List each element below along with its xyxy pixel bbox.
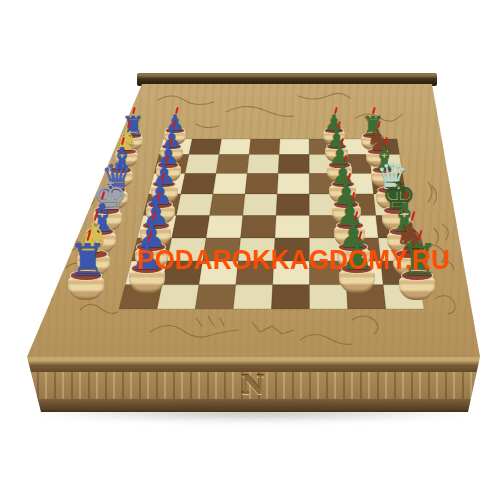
- light-square: [243, 194, 277, 216]
- light-square: [275, 216, 309, 238]
- light-square: [383, 285, 424, 309]
- light-square: [339, 139, 370, 155]
- light-square: [213, 174, 247, 195]
- dark-square: [339, 155, 371, 174]
- light-square: [309, 194, 342, 216]
- dark-square: [189, 139, 221, 155]
- dark-square: [154, 155, 189, 174]
- dark-square: [210, 194, 245, 216]
- light-square: [369, 155, 402, 174]
- napoleon-monogram: N: [241, 372, 265, 398]
- light-square: [176, 194, 213, 216]
- dark-square: [143, 194, 181, 216]
- light-square: [185, 155, 219, 174]
- light-square: [159, 139, 192, 155]
- dark-square: [249, 139, 280, 155]
- dark-square: [376, 216, 413, 238]
- dark-square: [245, 174, 278, 195]
- light-square: [340, 174, 373, 195]
- watermark: PODAROKKAGDOMY.RU: [137, 245, 450, 276]
- light-square: [279, 139, 309, 155]
- light-square: [310, 285, 348, 309]
- light-square: [149, 174, 185, 195]
- light-square: [309, 155, 340, 174]
- light-square: [233, 285, 272, 309]
- dark-square: [119, 285, 162, 309]
- dark-square: [371, 174, 405, 195]
- light-square: [157, 285, 199, 309]
- light-square: [374, 194, 410, 216]
- dark-square: [181, 174, 216, 195]
- drop-shadow: [34, 404, 470, 422]
- dark-square: [216, 155, 249, 174]
- carved-ornament-band: N: [20, 372, 486, 399]
- dark-square: [241, 216, 277, 238]
- light-square: [343, 216, 379, 238]
- dark-square: [309, 139, 339, 155]
- light-square: [206, 216, 243, 238]
- dark-square: [309, 174, 341, 195]
- dark-square: [272, 285, 310, 309]
- product-photo: { "game": "chess", "scene": "Product pho…: [0, 0, 500, 500]
- dark-square: [341, 194, 375, 216]
- dark-square: [195, 285, 236, 309]
- dark-square: [368, 139, 400, 155]
- light-square: [247, 155, 279, 174]
- light-square: [219, 139, 251, 155]
- light-square: [277, 174, 309, 195]
- dark-square: [346, 285, 385, 309]
- dark-square: [278, 155, 309, 174]
- dark-square: [172, 216, 210, 238]
- dark-square: [276, 194, 309, 216]
- light-square: [137, 216, 176, 238]
- dark-square: [309, 216, 343, 238]
